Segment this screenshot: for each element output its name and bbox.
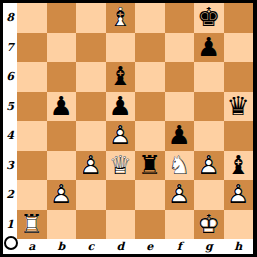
file-label-g: g bbox=[194, 239, 224, 254]
square-b2[interactable]: ♟♙ bbox=[47, 180, 77, 210]
square-e7[interactable] bbox=[135, 33, 165, 63]
square-e2[interactable] bbox=[135, 180, 165, 210]
square-h4[interactable] bbox=[224, 121, 254, 151]
square-c4[interactable] bbox=[76, 121, 106, 151]
black-bishop[interactable]: ♝ bbox=[224, 151, 254, 181]
square-e5[interactable] bbox=[135, 92, 165, 122]
white-to-move-indicator bbox=[4, 236, 18, 250]
square-f8[interactable] bbox=[165, 3, 195, 33]
square-e6[interactable] bbox=[135, 62, 165, 92]
square-b6[interactable] bbox=[47, 62, 77, 92]
square-a8[interactable] bbox=[17, 3, 47, 33]
square-b7[interactable] bbox=[47, 33, 77, 63]
square-d2[interactable] bbox=[106, 180, 136, 210]
square-a5[interactable] bbox=[17, 92, 47, 122]
rank-label-5: 5 bbox=[3, 92, 17, 122]
square-h2[interactable]: ♟♙ bbox=[224, 180, 254, 210]
file-label-d: d bbox=[106, 239, 136, 254]
black-queen[interactable]: ♛ bbox=[224, 92, 254, 122]
square-c2[interactable] bbox=[76, 180, 106, 210]
square-e4[interactable] bbox=[135, 121, 165, 151]
square-c8[interactable] bbox=[76, 3, 106, 33]
chess-diagram: 87654321 abcdefgh ♝♗♚♟♝♟♟♛♟♙♟♟♙♛♕♜♞♘♟♙♝♟… bbox=[0, 0, 257, 257]
square-d5[interactable]: ♟ bbox=[106, 92, 136, 122]
square-g2[interactable] bbox=[194, 180, 224, 210]
square-g4[interactable] bbox=[194, 121, 224, 151]
square-d3[interactable]: ♛♕ bbox=[106, 151, 136, 181]
square-h5[interactable]: ♛ bbox=[224, 92, 254, 122]
board: ♝♗♚♟♝♟♟♛♟♙♟♟♙♛♕♜♞♘♟♙♝♟♙♟♙♟♙♜♖♚♔ bbox=[17, 3, 253, 239]
square-f4[interactable]: ♟ bbox=[165, 121, 195, 151]
black-pawn[interactable]: ♟ bbox=[194, 33, 224, 63]
rank-label-1: 1 bbox=[3, 210, 17, 240]
square-a6[interactable] bbox=[17, 62, 47, 92]
square-d1[interactable] bbox=[106, 210, 136, 240]
file-label-b: b bbox=[47, 239, 77, 254]
square-c5[interactable] bbox=[76, 92, 106, 122]
square-f3[interactable]: ♞♘ bbox=[165, 151, 195, 181]
square-g3[interactable]: ♟♙ bbox=[194, 151, 224, 181]
black-pawn[interactable]: ♟ bbox=[165, 121, 195, 151]
white-pawn[interactable]: ♟♙ bbox=[194, 151, 224, 181]
white-pawn[interactable]: ♟♙ bbox=[165, 180, 195, 210]
rank-label-2: 2 bbox=[3, 180, 17, 210]
white-pawn[interactable]: ♟♙ bbox=[224, 180, 254, 210]
square-d7[interactable] bbox=[106, 33, 136, 63]
square-g5[interactable] bbox=[194, 92, 224, 122]
rank-label-8: 8 bbox=[3, 3, 17, 33]
white-bishop[interactable]: ♝♗ bbox=[106, 3, 136, 33]
square-e3[interactable]: ♜ bbox=[135, 151, 165, 181]
file-labels: abcdefgh bbox=[17, 239, 253, 254]
file-label-e: e bbox=[135, 239, 165, 254]
square-h3[interactable]: ♝ bbox=[224, 151, 254, 181]
square-a3[interactable] bbox=[17, 151, 47, 181]
square-h6[interactable] bbox=[224, 62, 254, 92]
square-g7[interactable]: ♟ bbox=[194, 33, 224, 63]
square-h1[interactable] bbox=[224, 210, 254, 240]
square-c6[interactable] bbox=[76, 62, 106, 92]
square-f2[interactable]: ♟♙ bbox=[165, 180, 195, 210]
square-d8[interactable]: ♝♗ bbox=[106, 3, 136, 33]
rank-labels: 87654321 bbox=[3, 3, 17, 239]
square-f5[interactable] bbox=[165, 92, 195, 122]
rank-label-4: 4 bbox=[3, 121, 17, 151]
black-king[interactable]: ♚ bbox=[194, 3, 224, 33]
white-pawn[interactable]: ♟♙ bbox=[47, 180, 77, 210]
white-king[interactable]: ♚♔ bbox=[194, 210, 224, 240]
white-rook[interactable]: ♜♖ bbox=[17, 210, 47, 240]
square-d4[interactable]: ♟♙ bbox=[106, 121, 136, 151]
square-h8[interactable] bbox=[224, 3, 254, 33]
square-c7[interactable] bbox=[76, 33, 106, 63]
file-label-f: f bbox=[165, 239, 195, 254]
square-f1[interactable] bbox=[165, 210, 195, 240]
square-f6[interactable] bbox=[165, 62, 195, 92]
black-bishop[interactable]: ♝ bbox=[106, 62, 136, 92]
white-pawn[interactable]: ♟♙ bbox=[76, 151, 106, 181]
square-d6[interactable]: ♝ bbox=[106, 62, 136, 92]
square-h7[interactable] bbox=[224, 33, 254, 63]
square-f7[interactable] bbox=[165, 33, 195, 63]
rank-label-6: 6 bbox=[3, 62, 17, 92]
square-c1[interactable] bbox=[76, 210, 106, 240]
file-label-a: a bbox=[17, 239, 47, 254]
square-a7[interactable] bbox=[17, 33, 47, 63]
black-pawn[interactable]: ♟ bbox=[106, 92, 136, 122]
square-b8[interactable] bbox=[47, 3, 77, 33]
file-label-h: h bbox=[224, 239, 254, 254]
square-g1[interactable]: ♚♔ bbox=[194, 210, 224, 240]
square-e1[interactable] bbox=[135, 210, 165, 240]
square-c3[interactable]: ♟♙ bbox=[76, 151, 106, 181]
black-pawn[interactable]: ♟ bbox=[47, 92, 77, 122]
square-a2[interactable] bbox=[17, 180, 47, 210]
square-b1[interactable] bbox=[47, 210, 77, 240]
rank-label-7: 7 bbox=[3, 33, 17, 63]
file-label-c: c bbox=[76, 239, 106, 254]
white-pawn[interactable]: ♟♙ bbox=[106, 121, 136, 151]
square-e8[interactable] bbox=[135, 3, 165, 33]
black-rook[interactable]: ♜ bbox=[135, 151, 165, 181]
white-knight[interactable]: ♞♘ bbox=[165, 151, 195, 181]
square-g6[interactable] bbox=[194, 62, 224, 92]
white-queen[interactable]: ♛♕ bbox=[106, 151, 136, 181]
square-b3[interactable] bbox=[47, 151, 77, 181]
square-a4[interactable] bbox=[17, 121, 47, 151]
square-g8[interactable]: ♚ bbox=[194, 3, 224, 33]
rank-label-3: 3 bbox=[3, 151, 17, 181]
square-b5[interactable]: ♟ bbox=[47, 92, 77, 122]
square-b4[interactable] bbox=[47, 121, 77, 151]
square-a1[interactable]: ♜♖ bbox=[17, 210, 47, 240]
